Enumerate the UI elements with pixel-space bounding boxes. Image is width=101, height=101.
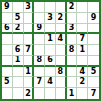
- given-cell-r9c3[interactable]: 2: [24, 88, 35, 99]
- given-cell-r2c2[interactable]: 5: [13, 13, 24, 24]
- cell-r9c8[interactable]: [77, 88, 88, 99]
- cell-r8c7[interactable]: [67, 77, 78, 88]
- cell-r9c4[interactable]: [34, 88, 45, 99]
- cell-r4c2[interactable]: [13, 34, 24, 45]
- given-cell-r3c7[interactable]: 3: [67, 24, 78, 35]
- cell-r3c9[interactable]: [88, 24, 99, 35]
- given-cell-r2c6[interactable]: 2: [56, 13, 67, 24]
- cell-r7c7[interactable]: [67, 67, 78, 78]
- cell-r6c9[interactable]: [88, 56, 99, 67]
- given-cell-r5c7[interactable]: 8: [67, 45, 78, 56]
- cell-r1c9[interactable]: [88, 2, 99, 13]
- given-cell-r8c1[interactable]: 5: [2, 77, 13, 88]
- cell-r2c7[interactable]: [67, 13, 78, 24]
- given-cell-r8c4[interactable]: 7: [34, 77, 45, 88]
- given-cell-r7c3[interactable]: 1: [24, 67, 35, 78]
- cell-r6c6[interactable]: [56, 56, 67, 67]
- cell-r1c6[interactable]: [56, 2, 67, 13]
- given-cell-r6c5[interactable]: 6: [45, 56, 56, 67]
- cell-r1c2[interactable]: [13, 2, 24, 13]
- cell-r2c3[interactable]: [24, 13, 35, 24]
- given-cell-r2c9[interactable]: 9: [88, 13, 99, 24]
- cell-r8c2[interactable]: [13, 77, 24, 88]
- cell-r7c5[interactable]: [45, 67, 56, 78]
- given-cell-r7c6[interactable]: 8: [56, 67, 67, 78]
- cell-r3c8[interactable]: [77, 24, 88, 35]
- given-cell-r1c7[interactable]: 2: [67, 2, 78, 13]
- given-cell-r4c8[interactable]: 7: [77, 34, 88, 45]
- cell-r9c2[interactable]: [13, 88, 24, 99]
- given-cell-r9c7[interactable]: 1: [67, 88, 78, 99]
- given-cell-r1c1[interactable]: 9: [2, 2, 13, 13]
- cell-r7c1[interactable]: [2, 67, 13, 78]
- given-cell-r3c1[interactable]: 6: [2, 24, 13, 35]
- cell-r9c6[interactable]: [56, 88, 67, 99]
- cell-r9c5[interactable]: [45, 88, 56, 99]
- cell-r7c2[interactable]: [13, 67, 24, 78]
- given-cell-r6c2[interactable]: 1: [13, 56, 24, 67]
- cell-r6c1[interactable]: [2, 56, 13, 67]
- cell-r4c9[interactable]: [88, 34, 99, 45]
- cell-r5c1[interactable]: [2, 45, 13, 56]
- cell-r6c3[interactable]: [24, 56, 35, 67]
- given-cell-r9c9[interactable]: 7: [88, 88, 99, 99]
- cell-r3c3[interactable]: [24, 24, 35, 35]
- cell-r4c7[interactable]: [67, 34, 78, 45]
- given-cell-r2c5[interactable]: 3: [45, 13, 56, 24]
- cell-r9c1[interactable]: [2, 88, 13, 99]
- cell-r6c8[interactable]: [77, 56, 88, 67]
- given-cell-r7c9[interactable]: 5: [88, 67, 99, 78]
- cell-r1c8[interactable]: [77, 2, 88, 13]
- cell-r7c4[interactable]: [34, 67, 45, 78]
- cell-r3c5[interactable]: [45, 24, 56, 35]
- given-cell-r1c3[interactable]: 3: [24, 2, 35, 13]
- given-cell-r3c2[interactable]: 2: [13, 24, 24, 35]
- cell-r6c7[interactable]: [67, 56, 78, 67]
- cell-r4c3[interactable]: [24, 34, 35, 45]
- cell-r5c9[interactable]: [88, 45, 99, 56]
- cell-r2c1[interactable]: [2, 13, 13, 24]
- given-cell-r6c4[interactable]: 8: [34, 56, 45, 67]
- cell-r5c5[interactable]: [45, 45, 56, 56]
- cell-r1c4[interactable]: [34, 2, 45, 13]
- given-cell-r5c3[interactable]: 7: [24, 45, 35, 56]
- given-cell-r5c8[interactable]: 1: [77, 45, 88, 56]
- given-cell-r4c6[interactable]: 4: [56, 34, 67, 45]
- cell-r4c1[interactable]: [2, 34, 13, 45]
- cell-r5c6[interactable]: [56, 45, 67, 56]
- cell-r3c6[interactable]: [56, 24, 67, 35]
- given-cell-r3c4[interactable]: 9: [34, 24, 45, 35]
- cell-r2c8[interactable]: [77, 13, 88, 24]
- cell-r8c6[interactable]: [56, 77, 67, 88]
- cell-r4c4[interactable]: [34, 34, 45, 45]
- sudoku-board: 93253296293147678118618455742217: [0, 0, 101, 101]
- given-cell-r8c8[interactable]: 2: [77, 77, 88, 88]
- cell-r1c5[interactable]: [45, 2, 56, 13]
- given-cell-r7c8[interactable]: 4: [77, 67, 88, 78]
- cell-r5c4[interactable]: [34, 45, 45, 56]
- given-cell-r8c5[interactable]: 4: [45, 77, 56, 88]
- given-cell-r4c5[interactable]: 1: [45, 34, 56, 45]
- cell-r8c3[interactable]: [24, 77, 35, 88]
- cell-r2c4[interactable]: [34, 13, 45, 24]
- cell-r8c9[interactable]: [88, 77, 99, 88]
- given-cell-r5c2[interactable]: 6: [13, 45, 24, 56]
